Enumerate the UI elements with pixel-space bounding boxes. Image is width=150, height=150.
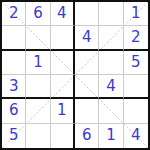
- given-digit: 6: [82, 128, 92, 143]
- given-digit: 1: [57, 103, 67, 118]
- cell-r2c4[interactable]: 4: [75, 26, 99, 50]
- given-digit: 1: [106, 128, 116, 143]
- given-digit: 4: [106, 79, 116, 94]
- cell-r6c2[interactable]: [26, 124, 50, 148]
- cell-r1c1[interactable]: 2: [2, 2, 26, 26]
- cell-r6c3[interactable]: [51, 124, 75, 148]
- cell-r1c3[interactable]: 4: [51, 2, 75, 26]
- cell-r3c5[interactable]: [99, 51, 123, 75]
- given-digit: 2: [9, 6, 19, 21]
- cell-r3c4[interactable]: [75, 51, 99, 75]
- cell-r2c3[interactable]: [51, 26, 75, 50]
- cell-r6c4[interactable]: 6: [75, 124, 99, 148]
- given-digit: 1: [131, 6, 141, 21]
- cell-r6c5[interactable]: 1: [99, 124, 123, 148]
- cell-r5c6[interactable]: [124, 99, 148, 123]
- given-digit: 1: [33, 55, 43, 70]
- cell-r4c6[interactable]: [124, 75, 148, 99]
- given-digit: 5: [9, 128, 19, 143]
- cell-r1c6[interactable]: 1: [124, 2, 148, 26]
- cell-r4c3[interactable]: [51, 75, 75, 99]
- given-digit: 3: [9, 79, 19, 94]
- cell-r6c1[interactable]: 5: [2, 124, 26, 148]
- cell-r2c2[interactable]: [26, 26, 50, 50]
- given-digit: 4: [131, 128, 141, 143]
- cell-r1c4[interactable]: [75, 2, 99, 26]
- cell-r3c6[interactable]: 5: [124, 51, 148, 75]
- cell-r3c2[interactable]: 1: [26, 51, 50, 75]
- cell-r2c5[interactable]: [99, 26, 123, 50]
- given-digit: 4: [57, 6, 67, 21]
- given-digit: 2: [131, 30, 141, 45]
- given-digit: 4: [82, 30, 92, 45]
- given-digit: 5: [131, 55, 141, 70]
- cell-r4c2[interactable]: [26, 75, 50, 99]
- cell-r5c1[interactable]: 6: [2, 99, 26, 123]
- cell-r2c1[interactable]: [2, 26, 26, 50]
- cell-r3c1[interactable]: [2, 51, 26, 75]
- cell-r5c5[interactable]: [99, 99, 123, 123]
- sudoku-grid: 2641421534615614: [2, 2, 148, 148]
- cell-r4c4[interactable]: [75, 75, 99, 99]
- cell-r1c5[interactable]: [99, 2, 123, 26]
- cell-r6c6[interactable]: 4: [124, 124, 148, 148]
- cell-r5c4[interactable]: [75, 99, 99, 123]
- cell-r3c3[interactable]: [51, 51, 75, 75]
- cell-r2c6[interactable]: 2: [124, 26, 148, 50]
- cell-r5c3[interactable]: 1: [51, 99, 75, 123]
- cell-r1c2[interactable]: 6: [26, 2, 50, 26]
- given-digit: 6: [9, 103, 19, 118]
- cell-r5c2[interactable]: [26, 99, 50, 123]
- cell-r4c1[interactable]: 3: [2, 75, 26, 99]
- given-digit: 6: [33, 6, 43, 21]
- cell-r4c5[interactable]: 4: [99, 75, 123, 99]
- sudoku-board: 2641421534615614: [0, 0, 150, 150]
